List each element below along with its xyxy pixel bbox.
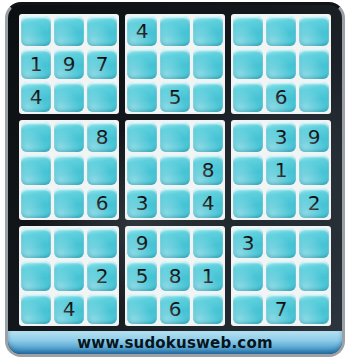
cell-r5c2[interactable] bbox=[54, 155, 84, 185]
cell-r7c6[interactable] bbox=[193, 228, 223, 258]
cell-r5c4[interactable] bbox=[127, 155, 157, 185]
cell-r9c7[interactable] bbox=[233, 294, 263, 324]
cell-r1c3[interactable] bbox=[87, 16, 117, 46]
cell-r8c7[interactable] bbox=[233, 261, 263, 291]
cell-r8c3[interactable]: 2 bbox=[87, 261, 117, 291]
cell-r4c7[interactable] bbox=[233, 122, 263, 152]
board-frame: 1974456868343912249581637 www.sudokusweb… bbox=[5, 2, 345, 357]
cell-r5c6[interactable]: 8 bbox=[193, 155, 223, 185]
cell-r4c6[interactable] bbox=[193, 122, 223, 152]
cell-r7c8[interactable] bbox=[266, 228, 296, 258]
block-1-3: 6 bbox=[231, 14, 331, 114]
cell-r3c6[interactable] bbox=[193, 82, 223, 112]
cell-r4c2[interactable] bbox=[54, 122, 84, 152]
cell-r3c5[interactable]: 5 bbox=[160, 82, 190, 112]
cell-r1c2[interactable] bbox=[54, 16, 84, 46]
cell-r2c1[interactable]: 1 bbox=[21, 49, 51, 79]
cell-r6c1[interactable] bbox=[21, 188, 51, 218]
cell-r6c2[interactable] bbox=[54, 188, 84, 218]
cell-r2c6[interactable] bbox=[193, 49, 223, 79]
cell-r5c5[interactable] bbox=[160, 155, 190, 185]
cell-r7c2[interactable] bbox=[54, 228, 84, 258]
cell-r1c6[interactable] bbox=[193, 16, 223, 46]
cell-r3c7[interactable] bbox=[233, 82, 263, 112]
cell-r8c4[interactable]: 5 bbox=[127, 261, 157, 291]
cell-r2c3[interactable]: 7 bbox=[87, 49, 117, 79]
cell-r7c1[interactable] bbox=[21, 228, 51, 258]
cell-r3c4[interactable] bbox=[127, 82, 157, 112]
cell-r9c2[interactable]: 4 bbox=[54, 294, 84, 324]
cell-r8c8[interactable] bbox=[266, 261, 296, 291]
cell-r1c5[interactable] bbox=[160, 16, 190, 46]
cell-r1c1[interactable] bbox=[21, 16, 51, 46]
cell-r9c4[interactable] bbox=[127, 294, 157, 324]
cell-r8c9[interactable] bbox=[299, 261, 329, 291]
block-2-2: 834 bbox=[125, 120, 225, 220]
cell-r2c7[interactable] bbox=[233, 49, 263, 79]
cell-r4c1[interactable] bbox=[21, 122, 51, 152]
cell-r9c9[interactable] bbox=[299, 294, 329, 324]
cell-r8c5[interactable]: 8 bbox=[160, 261, 190, 291]
cell-r4c8[interactable]: 3 bbox=[266, 122, 296, 152]
cell-r1c9[interactable] bbox=[299, 16, 329, 46]
cell-r6c9[interactable]: 2 bbox=[299, 188, 329, 218]
cell-r1c8[interactable] bbox=[266, 16, 296, 46]
cell-r4c5[interactable] bbox=[160, 122, 190, 152]
cell-r6c6[interactable]: 4 bbox=[193, 188, 223, 218]
cell-r5c7[interactable] bbox=[233, 155, 263, 185]
cell-r3c9[interactable] bbox=[299, 82, 329, 112]
cell-r2c8[interactable] bbox=[266, 49, 296, 79]
cell-r6c7[interactable] bbox=[233, 188, 263, 218]
block-1-1: 1974 bbox=[19, 14, 119, 114]
cell-r5c1[interactable] bbox=[21, 155, 51, 185]
sudoku-board: 1974456868343912249581637 bbox=[19, 14, 331, 326]
footer-bar: www.sudokusweb.com bbox=[8, 331, 342, 354]
cell-r9c5[interactable]: 6 bbox=[160, 294, 190, 324]
cell-r2c5[interactable] bbox=[160, 49, 190, 79]
cell-r1c7[interactable] bbox=[233, 16, 263, 46]
cell-r7c9[interactable] bbox=[299, 228, 329, 258]
cell-r7c7[interactable]: 3 bbox=[233, 228, 263, 258]
cell-r7c3[interactable] bbox=[87, 228, 117, 258]
cell-r6c5[interactable] bbox=[160, 188, 190, 218]
cell-r5c8[interactable]: 1 bbox=[266, 155, 296, 185]
cell-r8c2[interactable] bbox=[54, 261, 84, 291]
cell-r6c4[interactable]: 3 bbox=[127, 188, 157, 218]
cell-r3c8[interactable]: 6 bbox=[266, 82, 296, 112]
cell-r9c8[interactable]: 7 bbox=[266, 294, 296, 324]
block-1-2: 45 bbox=[125, 14, 225, 114]
cell-r4c9[interactable]: 9 bbox=[299, 122, 329, 152]
cell-r6c8[interactable] bbox=[266, 188, 296, 218]
cell-r5c3[interactable] bbox=[87, 155, 117, 185]
cell-r8c1[interactable] bbox=[21, 261, 51, 291]
cell-r3c1[interactable]: 4 bbox=[21, 82, 51, 112]
cell-r8c6[interactable]: 1 bbox=[193, 261, 223, 291]
cell-r1c4[interactable]: 4 bbox=[127, 16, 157, 46]
cell-r2c9[interactable] bbox=[299, 49, 329, 79]
cell-r3c2[interactable] bbox=[54, 82, 84, 112]
cell-r9c1[interactable] bbox=[21, 294, 51, 324]
cell-r2c4[interactable] bbox=[127, 49, 157, 79]
block-3-1: 24 bbox=[19, 226, 119, 326]
cell-r6c3[interactable]: 6 bbox=[87, 188, 117, 218]
cell-r5c9[interactable] bbox=[299, 155, 329, 185]
cell-r2c2[interactable]: 9 bbox=[54, 49, 84, 79]
cell-r4c3[interactable]: 8 bbox=[87, 122, 117, 152]
cell-r7c5[interactable] bbox=[160, 228, 190, 258]
website-link[interactable]: www.sudokusweb.com bbox=[77, 334, 272, 352]
cell-r9c6[interactable] bbox=[193, 294, 223, 324]
page: 1974456868343912249581637 www.sudokusweb… bbox=[0, 0, 350, 360]
cell-r7c4[interactable]: 9 bbox=[127, 228, 157, 258]
cell-r3c3[interactable] bbox=[87, 82, 117, 112]
cell-r9c3[interactable] bbox=[87, 294, 117, 324]
block-2-3: 3912 bbox=[231, 120, 331, 220]
block-3-2: 95816 bbox=[125, 226, 225, 326]
block-2-1: 86 bbox=[19, 120, 119, 220]
cell-r4c4[interactable] bbox=[127, 122, 157, 152]
block-3-3: 37 bbox=[231, 226, 331, 326]
